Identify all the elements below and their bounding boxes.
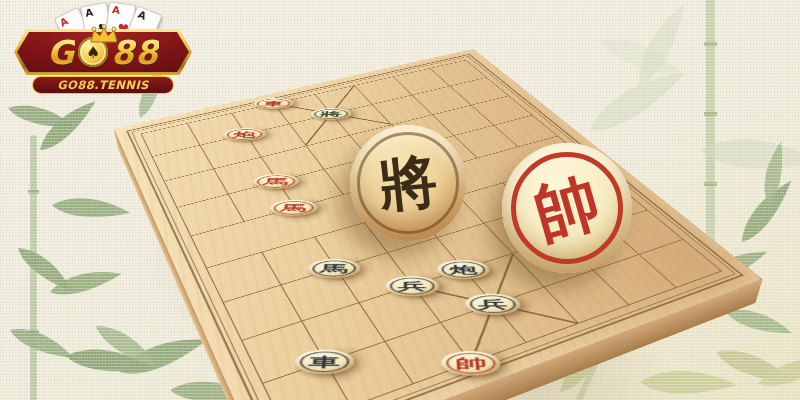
black-horse-glyph: 馬 — [307, 220, 360, 275]
card-rank: A — [136, 9, 147, 22]
board-cell — [436, 223, 512, 269]
black-soldier-glyph: 兵 — [385, 236, 439, 293]
black-cannon-glyph: 炮 — [438, 221, 491, 276]
board-cell — [638, 239, 721, 287]
brand-letter-g: G — [47, 33, 75, 72]
red-general-glyph: 帥 — [527, 168, 606, 247]
board-cell — [263, 361, 351, 400]
black-soldier-glyph: 兵 — [467, 254, 523, 312]
board-cell — [325, 341, 412, 400]
domain-ribbon: GO88.TENNIS — [32, 76, 174, 94]
board-cell — [358, 286, 440, 342]
board-cell — [207, 252, 281, 302]
board-cell — [439, 304, 525, 363]
black-general-glyph: 將 — [376, 151, 440, 215]
red-general-glyph: 帥 — [442, 310, 502, 373]
board-cell — [592, 254, 676, 305]
promo-banner: 車炮將馬馬馬兵炮兵車帥 A♦A♣A♥A♠ G ♠ 88 GO88.TENNIS … — [0, 0, 800, 400]
board-cell — [493, 287, 578, 343]
board-cell — [335, 253, 412, 303]
board-cell — [387, 237, 464, 285]
board-cell — [242, 321, 325, 382]
crown-icon — [88, 24, 120, 46]
featured-red-general-piece[interactable]: 帥 — [502, 143, 632, 273]
board-cell — [191, 222, 261, 268]
card-rank: A — [112, 4, 121, 16]
board-cell — [301, 303, 383, 361]
board-cell — [543, 270, 627, 323]
board-cell — [223, 285, 301, 340]
featured-black-general-piece[interactable]: 將 — [350, 125, 466, 241]
go88-logo[interactable]: A♦A♣A♥A♠ G ♠ 88 GO88.TENNIS — [14, 2, 192, 96]
board-cell — [383, 322, 470, 384]
board-cell — [412, 269, 493, 322]
card-rank: A — [58, 15, 70, 28]
board-cell — [244, 208, 314, 252]
black-chariot-glyph: 車 — [293, 309, 353, 372]
board-cell — [261, 237, 334, 285]
board-cell — [177, 194, 244, 236]
board-cell — [280, 268, 357, 321]
card-rank: A — [84, 7, 94, 19]
